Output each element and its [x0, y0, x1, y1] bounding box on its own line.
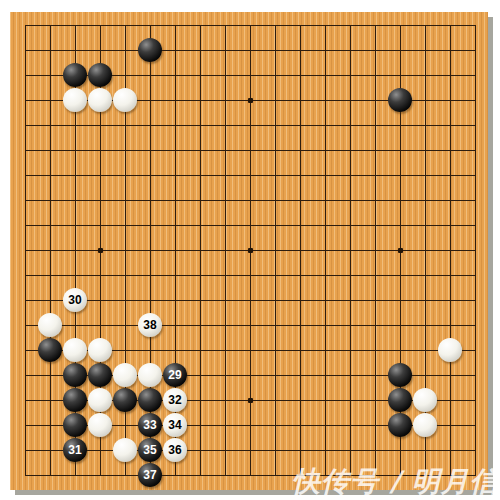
stone-white	[88, 413, 112, 437]
stone-white	[113, 363, 137, 387]
watermark-text: 快传号 / 明月信俊	[292, 463, 500, 500]
stone-black	[138, 38, 162, 62]
star-point	[398, 248, 403, 253]
stone-black	[388, 413, 412, 437]
stone-black	[113, 388, 137, 412]
stone-white: 32	[163, 388, 187, 412]
move-number: 37	[143, 469, 156, 481]
stone-white: 36	[163, 438, 187, 462]
move-number: 30	[68, 294, 81, 306]
stone-white	[38, 313, 62, 337]
stone-black	[388, 363, 412, 387]
stone-black	[38, 338, 62, 362]
go-board: 29333135373038323436	[10, 12, 488, 490]
stone-white	[113, 438, 137, 462]
board-grid: 29333135373038323436	[25, 25, 476, 476]
stone-white	[88, 388, 112, 412]
stone-white	[63, 338, 87, 362]
star-point	[98, 248, 103, 253]
stone-black: 29	[163, 363, 187, 387]
stone-white	[413, 413, 437, 437]
move-number: 35	[143, 444, 156, 456]
stone-black	[63, 388, 87, 412]
stone-black	[63, 63, 87, 87]
move-number: 38	[143, 319, 156, 331]
move-number: 29	[168, 369, 181, 381]
move-number: 33	[143, 419, 156, 431]
stone-white	[63, 88, 87, 112]
star-point	[248, 248, 253, 253]
stone-black	[388, 388, 412, 412]
stone-black	[88, 363, 112, 387]
stone-white: 34	[163, 413, 187, 437]
stone-black: 31	[63, 438, 87, 462]
move-number: 34	[168, 419, 181, 431]
stone-white	[88, 88, 112, 112]
stone-black	[88, 63, 112, 87]
stone-white	[438, 338, 462, 362]
move-number: 32	[168, 394, 181, 406]
move-number: 36	[168, 444, 181, 456]
stone-black	[138, 388, 162, 412]
move-number: 31	[68, 444, 81, 456]
stone-black	[63, 413, 87, 437]
stone-white	[88, 338, 112, 362]
stone-white: 30	[63, 288, 87, 312]
stone-black: 33	[138, 413, 162, 437]
stone-white	[413, 388, 437, 412]
stone-white	[113, 88, 137, 112]
stone-black	[388, 88, 412, 112]
star-point	[248, 398, 253, 403]
star-point	[248, 98, 253, 103]
stone-black	[63, 363, 87, 387]
stone-white	[138, 363, 162, 387]
stone-black: 37	[138, 463, 162, 487]
stone-white: 38	[138, 313, 162, 337]
stone-black: 35	[138, 438, 162, 462]
